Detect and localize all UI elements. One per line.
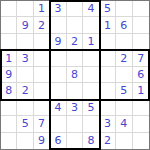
cell-r1c8[interactable] — [116, 1, 132, 17]
cell-r4c4[interactable] — [50, 50, 66, 66]
cell-r3c6[interactable]: 1 — [83, 34, 99, 50]
cell-r3c7[interactable] — [100, 34, 116, 50]
cell-r4c2[interactable]: 3 — [17, 50, 33, 66]
cell-r5c8[interactable] — [116, 67, 132, 83]
cell-r8c8[interactable]: 4 — [116, 116, 132, 132]
cell-r2c5[interactable] — [67, 17, 83, 33]
cell-r8c3[interactable]: 7 — [34, 116, 50, 132]
cell-r7c1[interactable] — [1, 100, 17, 116]
cell-r7c6[interactable]: 5 — [83, 100, 99, 116]
cell-r7c3[interactable] — [34, 100, 50, 116]
cell-r9c5[interactable] — [67, 133, 83, 149]
cell-r4c5[interactable] — [67, 50, 83, 66]
sudoku-board: 134592169211327986825143557349682 — [0, 0, 150, 150]
cell-r5c7[interactable] — [100, 67, 116, 83]
cell-r2c9[interactable] — [133, 17, 149, 33]
cell-r1c7[interactable]: 5 — [100, 1, 116, 17]
cell-r9c1[interactable] — [1, 133, 17, 149]
cell-r6c1[interactable]: 8 — [1, 83, 17, 99]
cell-r8c5[interactable] — [67, 116, 83, 132]
cell-r4c9[interactable]: 7 — [133, 50, 149, 66]
cell-r2c1[interactable] — [1, 17, 17, 33]
cell-r8c6[interactable] — [83, 116, 99, 132]
cell-r9c4[interactable]: 6 — [50, 133, 66, 149]
cell-r5c5[interactable]: 8 — [67, 67, 83, 83]
cell-r1c2[interactable] — [17, 1, 33, 17]
cell-r1c6[interactable]: 4 — [83, 1, 99, 17]
cell-r6c5[interactable] — [67, 83, 83, 99]
cell-r6c4[interactable] — [50, 83, 66, 99]
cell-r5c2[interactable] — [17, 67, 33, 83]
cell-r6c3[interactable] — [34, 83, 50, 99]
cell-r2c3[interactable]: 2 — [34, 17, 50, 33]
cell-r7c7[interactable] — [100, 100, 116, 116]
cell-r4c8[interactable]: 2 — [116, 50, 132, 66]
cell-r9c7[interactable]: 2 — [100, 133, 116, 149]
cell-r2c8[interactable]: 6 — [116, 17, 132, 33]
cell-r4c1[interactable]: 1 — [1, 50, 17, 66]
cell-r5c9[interactable]: 6 — [133, 67, 149, 83]
cell-r9c2[interactable] — [17, 133, 33, 149]
cell-r7c4[interactable]: 4 — [50, 100, 66, 116]
cell-r6c6[interactable] — [83, 83, 99, 99]
cell-r9c9[interactable] — [133, 133, 149, 149]
cell-r3c4[interactable]: 9 — [50, 34, 66, 50]
cell-r3c9[interactable] — [133, 34, 149, 50]
cell-r4c3[interactable] — [34, 50, 50, 66]
cell-r4c6[interactable] — [83, 50, 99, 66]
sudoku-app: 134592169211327986825143557349682 — [0, 0, 150, 150]
cell-r9c3[interactable]: 9 — [34, 133, 50, 149]
cell-r2c6[interactable] — [83, 17, 99, 33]
cell-r3c1[interactable] — [1, 34, 17, 50]
cell-r3c5[interactable]: 2 — [67, 34, 83, 50]
cell-r7c8[interactable] — [116, 100, 132, 116]
cell-r9c6[interactable]: 8 — [83, 133, 99, 149]
cell-r1c9[interactable] — [133, 1, 149, 17]
cell-r2c7[interactable]: 1 — [100, 17, 116, 33]
cell-r2c4[interactable] — [50, 17, 66, 33]
cell-r3c3[interactable] — [34, 34, 50, 50]
cell-r1c4[interactable]: 3 — [50, 1, 66, 17]
cell-r7c2[interactable] — [17, 100, 33, 116]
cell-r3c2[interactable] — [17, 34, 33, 50]
cell-r7c9[interactable] — [133, 100, 149, 116]
cell-r5c6[interactable] — [83, 67, 99, 83]
cell-r4c7[interactable] — [100, 50, 116, 66]
cell-r1c5[interactable] — [67, 1, 83, 17]
cell-r6c9[interactable]: 1 — [133, 83, 149, 99]
cell-r8c9[interactable] — [133, 116, 149, 132]
cell-r5c3[interactable] — [34, 67, 50, 83]
cell-r8c2[interactable]: 5 — [17, 116, 33, 132]
cell-r8c1[interactable] — [1, 116, 17, 132]
cell-r2c2[interactable]: 9 — [17, 17, 33, 33]
cell-r3c8[interactable] — [116, 34, 132, 50]
cell-r9c8[interactable] — [116, 133, 132, 149]
cell-r8c4[interactable] — [50, 116, 66, 132]
cell-r6c2[interactable]: 2 — [17, 83, 33, 99]
cell-r5c4[interactable] — [50, 67, 66, 83]
cell-r5c1[interactable]: 9 — [1, 67, 17, 83]
cell-r6c8[interactable]: 5 — [116, 83, 132, 99]
cell-r8c7[interactable]: 3 — [100, 116, 116, 132]
cell-r1c3[interactable]: 1 — [34, 1, 50, 17]
cell-r6c7[interactable] — [100, 83, 116, 99]
cell-r7c5[interactable]: 3 — [67, 100, 83, 116]
cell-r1c1[interactable] — [1, 1, 17, 17]
